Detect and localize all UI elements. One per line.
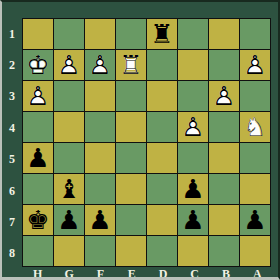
square-b6[interactable] <box>209 174 239 204</box>
file-label-c: C <box>179 268 210 280</box>
square-g8[interactable] <box>54 236 84 266</box>
square-b7[interactable] <box>209 205 239 235</box>
square-e3[interactable] <box>116 81 146 111</box>
white-piece-outline: ♙ <box>178 112 208 142</box>
white-piece-outline: ♙ <box>54 50 84 80</box>
square-d6[interactable] <box>147 174 177 204</box>
white-king[interactable]: ♚♔ <box>23 50 53 80</box>
rank-label-6: 6 <box>2 175 22 206</box>
square-a2[interactable]: ♟♙ <box>240 50 270 80</box>
square-b1[interactable] <box>209 19 239 49</box>
white-rook[interactable]: ♜♖ <box>116 50 146 80</box>
square-c8[interactable] <box>178 236 208 266</box>
square-g3[interactable] <box>54 81 84 111</box>
square-g1[interactable] <box>54 19 84 49</box>
black-rook[interactable]: ♜ <box>147 19 177 49</box>
white-knight[interactable]: ♞♘ <box>240 112 270 142</box>
square-g7[interactable]: ♟ <box>54 205 84 235</box>
rank-label-3: 3 <box>2 81 22 112</box>
white-pawn[interactable]: ♟♙ <box>209 81 239 111</box>
black-pawn[interactable]: ♟ <box>23 143 53 173</box>
square-a7[interactable]: ♟ <box>240 205 270 235</box>
square-h5[interactable]: ♟ <box>23 143 53 173</box>
square-h1[interactable] <box>23 19 53 49</box>
rank-label-1: 1 <box>2 18 22 49</box>
square-e8[interactable] <box>116 236 146 266</box>
square-h2[interactable]: ♚♔ <box>23 50 53 80</box>
square-e5[interactable] <box>116 143 146 173</box>
square-f8[interactable] <box>85 236 115 266</box>
file-label-b: B <box>210 268 241 280</box>
rank-label-4: 4 <box>2 112 22 143</box>
rank-label-5: 5 <box>2 144 22 175</box>
file-labels: HGFEDCBA <box>22 268 273 279</box>
square-e7[interactable] <box>116 205 146 235</box>
square-c1[interactable] <box>178 19 208 49</box>
square-h6[interactable] <box>23 174 53 204</box>
square-b2[interactable] <box>209 50 239 80</box>
file-label-f: F <box>85 268 116 280</box>
chess-board-window: 12345678 ♜♚♔♟♙♟♙♜♖♟♙♟♙♟♙♟♙♞♘♟♝♟♚♟♟♟♟ HGF… <box>0 0 280 280</box>
square-e1[interactable] <box>116 19 146 49</box>
square-b5[interactable] <box>209 143 239 173</box>
square-c5[interactable] <box>178 143 208 173</box>
white-piece-outline: ♙ <box>240 50 270 80</box>
square-a6[interactable] <box>240 174 270 204</box>
white-piece-outline: ♙ <box>85 50 115 80</box>
square-g2[interactable]: ♟♙ <box>54 50 84 80</box>
square-d4[interactable] <box>147 112 177 142</box>
square-c2[interactable] <box>178 50 208 80</box>
square-e6[interactable] <box>116 174 146 204</box>
square-f4[interactable] <box>85 112 115 142</box>
square-c6[interactable]: ♟ <box>178 174 208 204</box>
black-bishop[interactable]: ♝ <box>54 174 84 204</box>
rank-label-7: 7 <box>2 206 22 237</box>
square-d3[interactable] <box>147 81 177 111</box>
black-pawn[interactable]: ♟ <box>178 174 208 204</box>
white-pawn[interactable]: ♟♙ <box>240 50 270 80</box>
square-a8[interactable] <box>240 236 270 266</box>
rank-label-8: 8 <box>2 238 22 269</box>
black-pawn[interactable]: ♟ <box>178 205 208 235</box>
rank-label-2: 2 <box>2 49 22 80</box>
square-h7[interactable]: ♚ <box>23 205 53 235</box>
square-a1[interactable] <box>240 19 270 49</box>
chess-board[interactable]: ♜♚♔♟♙♟♙♜♖♟♙♟♙♟♙♟♙♞♘♟♝♟♚♟♟♟♟ <box>22 18 271 267</box>
square-c7[interactable]: ♟ <box>178 205 208 235</box>
white-pawn[interactable]: ♟♙ <box>178 112 208 142</box>
black-pawn[interactable]: ♟ <box>240 205 270 235</box>
square-f1[interactable] <box>85 19 115 49</box>
square-f6[interactable] <box>85 174 115 204</box>
rank-labels: 12345678 <box>2 18 22 269</box>
square-g4[interactable] <box>54 112 84 142</box>
black-pawn[interactable]: ♟ <box>85 205 115 235</box>
square-c4[interactable]: ♟♙ <box>178 112 208 142</box>
black-pawn[interactable]: ♟ <box>54 205 84 235</box>
white-piece-outline: ♙ <box>209 81 239 111</box>
square-g5[interactable] <box>54 143 84 173</box>
white-pawn[interactable]: ♟♙ <box>23 81 53 111</box>
square-d1[interactable]: ♜ <box>147 19 177 49</box>
square-b4[interactable] <box>209 112 239 142</box>
square-g6[interactable]: ♝ <box>54 174 84 204</box>
square-a5[interactable] <box>240 143 270 173</box>
square-h8[interactable] <box>23 236 53 266</box>
square-d8[interactable] <box>147 236 177 266</box>
square-h4[interactable] <box>23 112 53 142</box>
square-b8[interactable] <box>209 236 239 266</box>
square-f3[interactable] <box>85 81 115 111</box>
file-label-a: A <box>242 268 273 280</box>
white-pawn[interactable]: ♟♙ <box>85 50 115 80</box>
square-b3[interactable]: ♟♙ <box>209 81 239 111</box>
white-pawn[interactable]: ♟♙ <box>54 50 84 80</box>
file-label-h: H <box>22 268 53 280</box>
file-label-e: E <box>116 268 147 280</box>
square-a3[interactable] <box>240 81 270 111</box>
white-piece-outline: ♙ <box>23 81 53 111</box>
square-a4[interactable]: ♞♘ <box>240 112 270 142</box>
square-d7[interactable] <box>147 205 177 235</box>
white-piece-outline: ♖ <box>116 50 146 80</box>
square-h3[interactable]: ♟♙ <box>23 81 53 111</box>
square-f7[interactable]: ♟ <box>85 205 115 235</box>
square-e2[interactable]: ♜♖ <box>116 50 146 80</box>
square-d5[interactable] <box>147 143 177 173</box>
square-f5[interactable] <box>85 143 115 173</box>
file-label-d: D <box>148 268 179 280</box>
square-e4[interactable] <box>116 112 146 142</box>
square-d2[interactable] <box>147 50 177 80</box>
black-king[interactable]: ♚ <box>23 205 53 235</box>
file-label-g: G <box>53 268 84 280</box>
square-c3[interactable] <box>178 81 208 111</box>
white-piece-outline: ♘ <box>240 112 270 142</box>
square-f2[interactable]: ♟♙ <box>85 50 115 80</box>
white-piece-outline: ♔ <box>23 50 53 80</box>
